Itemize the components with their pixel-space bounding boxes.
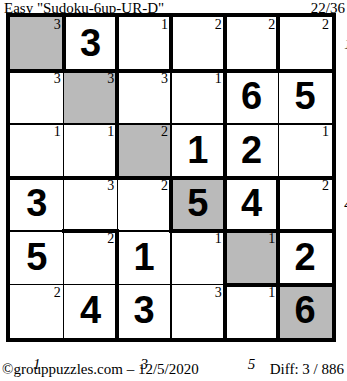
given-digit: 5 (187, 184, 208, 222)
cell-r3c5: 2 (225, 124, 279, 178)
corner-mark: 3 (215, 285, 222, 300)
given-digit: 6 (241, 77, 262, 115)
given-digit: 3 (134, 291, 155, 329)
cell-r2c6: 5 (278, 71, 332, 125)
given-digit: 5 (295, 77, 316, 115)
cell-r6c6: 6 (278, 285, 332, 339)
cell-r3c2[interactable]: 1 (64, 124, 118, 178)
difficulty-text: Diff: 3 / 886 (270, 361, 344, 377)
given-digit: 5 (26, 238, 47, 276)
corner-mark: 1 (215, 71, 222, 86)
cell-r1c3[interactable]: 1 (117, 17, 171, 71)
cell-r1c5[interactable]: 2 (225, 17, 279, 71)
given-digit: 4 (241, 184, 262, 222)
cell-r5c3: 1 (117, 231, 171, 285)
cell-r4c2[interactable]: 3 (64, 178, 118, 232)
row-label-4: 4 (343, 197, 347, 212)
row-label-1: 1 (343, 37, 347, 52)
given-digit: 2 (295, 238, 316, 276)
given-digit: 6 (295, 291, 316, 329)
cell-r1c2: 3 (64, 17, 118, 71)
given-digit: 4 (80, 291, 101, 329)
cell-r4c1: 3 (10, 178, 64, 232)
cell-r1c1[interactable]: 3 (10, 17, 64, 71)
cell-r5c6: 2 (278, 231, 332, 285)
cell-r5c1: 5 (10, 231, 64, 285)
cell-r3c6[interactable]: 1 (278, 124, 332, 178)
given-digit: 1 (134, 238, 155, 276)
corner-mark: 1 (268, 231, 275, 246)
corner-mark: 2 (215, 17, 222, 32)
cell-r3c3[interactable]: 2 (117, 124, 171, 178)
given-digit: 1 (187, 131, 208, 169)
puzzle-page: Easy "Sudoku-6up-UR-D" 22/36 33122233316… (0, 0, 347, 381)
board: 331222333165112121332542521112243316 141… (6, 13, 336, 342)
corner-mark: 3 (54, 71, 61, 86)
cell-r5c5[interactable]: 1 (225, 231, 279, 285)
cell-r6c5[interactable]: 1 (225, 285, 279, 339)
cell-r5c2[interactable]: 2 (64, 231, 118, 285)
corner-mark: 2 (161, 124, 168, 139)
corner-mark: 1 (161, 17, 168, 32)
corner-mark: 1 (107, 124, 114, 139)
cell-r4c5: 4 (225, 178, 279, 232)
corner-mark: 3 (161, 71, 168, 86)
corner-mark: 2 (54, 285, 61, 300)
corner-mark: 1 (322, 124, 329, 139)
cell-r2c1[interactable]: 3 (10, 71, 64, 125)
cell-r4c4: 5 (171, 178, 225, 232)
corner-mark: 2 (268, 17, 275, 32)
corner-mark: 3 (107, 178, 114, 193)
cell-r1c4[interactable]: 2 (171, 17, 225, 71)
cell-r2c2[interactable]: 3 (64, 71, 118, 125)
cell-r3c1[interactable]: 1 (10, 124, 64, 178)
cell-r4c6[interactable]: 2 (278, 178, 332, 232)
sudoku-grid: 331222333165112121332542521112243316 (6, 13, 336, 342)
given-digit: 3 (80, 24, 101, 62)
cell-r6c4[interactable]: 3 (171, 285, 225, 339)
corner-mark: 2 (107, 231, 114, 246)
corner-mark: 1 (54, 124, 61, 139)
given-digit: 3 (26, 184, 47, 222)
corner-mark: 2 (322, 178, 329, 193)
given-digit: 2 (241, 131, 262, 169)
cell-r3c4: 1 (171, 124, 225, 178)
corner-mark: 1 (268, 285, 275, 300)
cell-r6c3: 3 (117, 285, 171, 339)
cell-r5c4[interactable]: 1 (171, 231, 225, 285)
corner-mark: 2 (161, 178, 168, 193)
copyright-text: ©grouppuzzles.com – 12/5/2020 (2, 361, 199, 377)
footer: ©grouppuzzles.com – 12/5/2020 Diff: 3 / … (2, 361, 344, 377)
cell-r6c1[interactable]: 2 (10, 285, 64, 339)
corner-mark: 2 (322, 17, 329, 32)
corner-mark: 3 (107, 71, 114, 86)
cell-r6c2: 4 (64, 285, 118, 339)
corner-mark: 1 (215, 231, 222, 246)
cell-r2c4[interactable]: 1 (171, 71, 225, 125)
cell-r2c3[interactable]: 3 (117, 71, 171, 125)
cell-r1c6[interactable]: 2 (278, 17, 332, 71)
cell-r4c3[interactable]: 2 (117, 178, 171, 232)
cell-r2c5: 6 (225, 71, 279, 125)
corner-mark: 3 (54, 17, 61, 32)
